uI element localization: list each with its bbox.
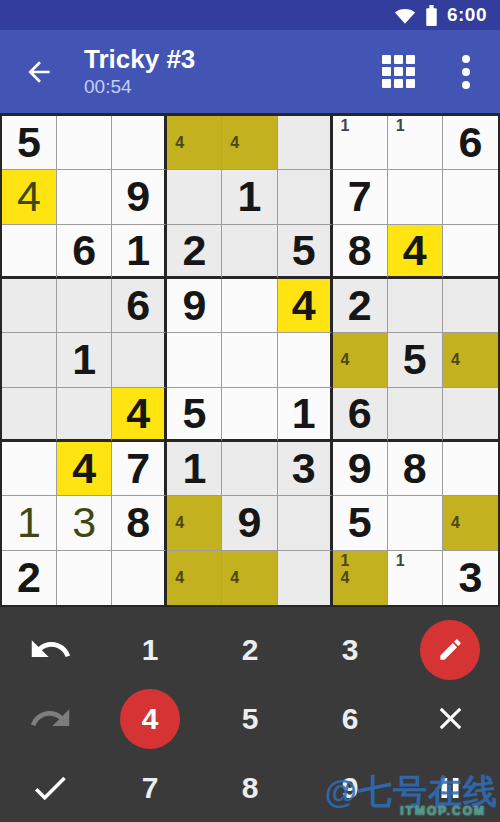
given-digit: 1 xyxy=(238,175,262,218)
digit-8-button[interactable]: 8 xyxy=(200,753,300,822)
given-digit: 3 xyxy=(292,447,316,490)
cell-r3c2[interactable]: 6 xyxy=(57,225,112,279)
given-digit: 5 xyxy=(17,121,41,164)
cell-r6c3[interactable]: 4 xyxy=(112,388,167,442)
given-digit: 2 xyxy=(182,229,206,272)
title-block: Tricky #3 00:54 xyxy=(84,45,195,99)
cell-r9c7[interactable]: 14 xyxy=(333,551,388,605)
redo-icon xyxy=(28,696,73,741)
digit-9-button[interactable]: 9 xyxy=(300,753,400,822)
given-digit: 6 xyxy=(348,392,372,435)
cell-r4c6[interactable]: 4 xyxy=(278,279,333,333)
cell-r8c6[interactable] xyxy=(278,496,333,550)
cell-r2c9[interactable] xyxy=(443,170,498,224)
cell-r7c8[interactable]: 8 xyxy=(388,442,443,496)
game-timer: 00:54 xyxy=(84,76,195,98)
cell-r1c8[interactable]: 1 xyxy=(388,116,443,170)
page-title: Tricky #3 xyxy=(84,45,195,74)
cell-r8c9[interactable]: 4 xyxy=(443,496,498,550)
cell-r2c1[interactable]: 4 xyxy=(2,170,57,224)
cell-r2c4[interactable] xyxy=(167,170,222,224)
cell-r6c7[interactable]: 6 xyxy=(333,388,388,442)
clock-time: 6:00 xyxy=(447,4,487,26)
cell-r3c5[interactable] xyxy=(222,225,277,279)
digit-4-button-selected[interactable]: 4 xyxy=(100,684,200,753)
battery-icon xyxy=(425,5,438,26)
cell-r2c3[interactable]: 9 xyxy=(112,170,167,224)
cell-r1c3[interactable] xyxy=(112,116,167,170)
cell-r9c9[interactable]: 3 xyxy=(443,551,498,605)
given-digit: 4 xyxy=(403,229,427,272)
cell-r5c6[interactable] xyxy=(278,333,333,387)
cell-r3c8[interactable]: 4 xyxy=(388,225,443,279)
cell-r4c9[interactable] xyxy=(443,279,498,333)
user-digit: 3 xyxy=(72,501,96,544)
pencil-mode-button[interactable] xyxy=(400,615,500,684)
number-pad: 1 2 3 4 5 6 xyxy=(0,607,500,822)
user-digit: 1 xyxy=(17,501,41,544)
given-digit: 5 xyxy=(403,338,427,381)
pencil-marks: 4 xyxy=(338,335,382,384)
cell-r3c4[interactable]: 2 xyxy=(167,225,222,279)
digit-1-button[interactable]: 1 xyxy=(100,615,200,684)
undo-button[interactable] xyxy=(0,615,100,684)
cell-r4c1[interactable] xyxy=(2,279,57,333)
clear-button[interactable] xyxy=(400,684,500,753)
given-digit: 6 xyxy=(126,284,150,327)
given-digit: 2 xyxy=(17,556,41,599)
board-view-button[interactable] xyxy=(382,55,415,88)
cell-r4c8[interactable] xyxy=(388,279,443,333)
cell-r1c1[interactable]: 5 xyxy=(2,116,57,170)
pencil-marks: 4 xyxy=(448,498,493,547)
cell-r6c6[interactable]: 1 xyxy=(278,388,333,442)
cell-r4c3[interactable]: 6 xyxy=(112,279,167,333)
given-digit: 6 xyxy=(72,229,96,272)
given-digit: 3 xyxy=(458,556,482,599)
cell-r7c5[interactable] xyxy=(222,442,277,496)
given-digit: 4 xyxy=(126,392,150,435)
pencil-marks: 1 xyxy=(393,118,437,167)
given-digit: 6 xyxy=(458,121,482,164)
cell-r1c9[interactable]: 6 xyxy=(443,116,498,170)
given-digit: 4 xyxy=(72,447,96,490)
digit-2-button[interactable]: 2 xyxy=(200,615,300,684)
given-digit: 9 xyxy=(238,501,262,544)
cell-r9c3[interactable] xyxy=(112,551,167,605)
cell-r1c2[interactable] xyxy=(57,116,112,170)
cell-r7c9[interactable] xyxy=(443,442,498,496)
given-digit: 1 xyxy=(72,338,96,381)
sudoku-board: 5441164917612584694214544516471398138495… xyxy=(0,113,500,607)
pencil-icon xyxy=(437,636,464,663)
cell-r7c1[interactable] xyxy=(2,442,57,496)
cell-r4c4[interactable]: 9 xyxy=(167,279,222,333)
cell-r7c4[interactable]: 1 xyxy=(167,442,222,496)
wifi-icon xyxy=(394,6,416,25)
cell-r1c7[interactable]: 1 xyxy=(333,116,388,170)
cell-r4c2[interactable] xyxy=(57,279,112,333)
cell-r2c7[interactable]: 7 xyxy=(333,170,388,224)
cell-r3c3[interactable]: 1 xyxy=(112,225,167,279)
given-digit: 8 xyxy=(403,447,427,490)
pencil-marks: 4 xyxy=(172,498,216,547)
pencil-marks: 14 xyxy=(338,553,382,603)
pencil-marks: 4 xyxy=(172,553,216,603)
given-digit: 1 xyxy=(182,447,206,490)
cell-r5c4[interactable] xyxy=(167,333,222,387)
status-bar: 6:00 xyxy=(0,0,500,30)
cell-r6c5[interactable] xyxy=(222,388,277,442)
cell-r6c9[interactable] xyxy=(443,388,498,442)
pencil-marks: 1 xyxy=(338,118,382,167)
cell-r5c3[interactable] xyxy=(112,333,167,387)
given-digit: 5 xyxy=(292,229,316,272)
cell-r9c1[interactable]: 2 xyxy=(2,551,57,605)
given-digit: 9 xyxy=(348,447,372,490)
app-bar: Tricky #3 00:54 xyxy=(0,30,500,113)
cell-r2c6[interactable] xyxy=(278,170,333,224)
cell-r8c1[interactable]: 1 xyxy=(2,496,57,550)
cell-r9c2[interactable] xyxy=(57,551,112,605)
cell-r8c5[interactable]: 9 xyxy=(222,496,277,550)
cell-r6c8[interactable] xyxy=(388,388,443,442)
cell-r6c2[interactable] xyxy=(57,388,112,442)
cell-r5c5[interactable] xyxy=(222,333,277,387)
check-button[interactable] xyxy=(0,753,100,822)
given-digit: 7 xyxy=(126,447,150,490)
given-digit: 8 xyxy=(348,229,372,272)
cell-r6c1[interactable] xyxy=(2,388,57,442)
cell-r2c8[interactable] xyxy=(388,170,443,224)
cell-r8c7[interactable]: 5 xyxy=(333,496,388,550)
pause-icon xyxy=(433,771,467,805)
pencil-marks: 4 xyxy=(227,553,271,603)
redo-button[interactable] xyxy=(0,684,100,753)
cell-r1c6[interactable] xyxy=(278,116,333,170)
cell-r5c8[interactable]: 5 xyxy=(388,333,443,387)
back-button[interactable] xyxy=(22,55,56,89)
given-digit: 7 xyxy=(348,175,372,218)
cell-r7c2[interactable]: 4 xyxy=(57,442,112,496)
cell-r3c9[interactable] xyxy=(443,225,498,279)
given-digit: 2 xyxy=(348,284,372,327)
cell-r7c7[interactable]: 9 xyxy=(333,442,388,496)
sudoku-app-screen: 6:00 Tricky #3 00:54 5441164917612584694… xyxy=(0,0,500,822)
overflow-menu-button[interactable] xyxy=(462,55,470,89)
undo-icon xyxy=(28,627,73,672)
cell-r6c4[interactable]: 5 xyxy=(167,388,222,442)
cell-r3c6[interactable]: 5 xyxy=(278,225,333,279)
cell-r3c7[interactable]: 8 xyxy=(333,225,388,279)
digit-6-button[interactable]: 6 xyxy=(300,684,400,753)
digit-7-button[interactable]: 7 xyxy=(100,753,200,822)
cell-r7c6[interactable]: 3 xyxy=(278,442,333,496)
cell-r5c1[interactable] xyxy=(2,333,57,387)
cell-r1c5[interactable]: 4 xyxy=(222,116,277,170)
cell-r5c2[interactable]: 1 xyxy=(57,333,112,387)
cell-r9c5[interactable]: 4 xyxy=(222,551,277,605)
given-digit: 4 xyxy=(292,284,316,327)
close-icon xyxy=(432,700,469,737)
user-digit: 4 xyxy=(17,175,41,218)
cell-r8c4[interactable]: 4 xyxy=(167,496,222,550)
cell-r2c5[interactable]: 1 xyxy=(222,170,277,224)
given-digit: 9 xyxy=(126,175,150,218)
cell-r8c2[interactable]: 3 xyxy=(57,496,112,550)
pencil-marks: 1 xyxy=(393,553,437,603)
given-digit: 1 xyxy=(292,392,316,435)
cell-r9c4[interactable]: 4 xyxy=(167,551,222,605)
digit-5-button[interactable]: 5 xyxy=(200,684,300,753)
given-digit: 9 xyxy=(182,284,206,327)
check-icon xyxy=(29,767,71,809)
cell-r9c8[interactable]: 1 xyxy=(388,551,443,605)
cell-r8c3[interactable]: 8 xyxy=(112,496,167,550)
given-digit: 5 xyxy=(348,501,372,544)
digit-3-button[interactable]: 3 xyxy=(300,615,400,684)
cell-r7c3[interactable]: 7 xyxy=(112,442,167,496)
cell-r1c4[interactable]: 4 xyxy=(167,116,222,170)
given-digit: 8 xyxy=(126,501,150,544)
cell-r4c7[interactable]: 2 xyxy=(333,279,388,333)
pencil-marks: 4 xyxy=(448,335,493,384)
cell-r9c6[interactable] xyxy=(278,551,333,605)
given-digit: 5 xyxy=(182,392,206,435)
back-arrow-icon xyxy=(23,56,55,88)
pencil-marks: 4 xyxy=(227,118,271,167)
pause-button[interactable] xyxy=(400,753,500,822)
cell-r4c5[interactable] xyxy=(222,279,277,333)
cell-r5c9[interactable]: 4 xyxy=(443,333,498,387)
pencil-marks: 4 xyxy=(172,118,216,167)
cell-r2c2[interactable] xyxy=(57,170,112,224)
cell-r5c7[interactable]: 4 xyxy=(333,333,388,387)
cell-r8c8[interactable] xyxy=(388,496,443,550)
cell-r3c1[interactable] xyxy=(2,225,57,279)
given-digit: 1 xyxy=(126,229,150,272)
